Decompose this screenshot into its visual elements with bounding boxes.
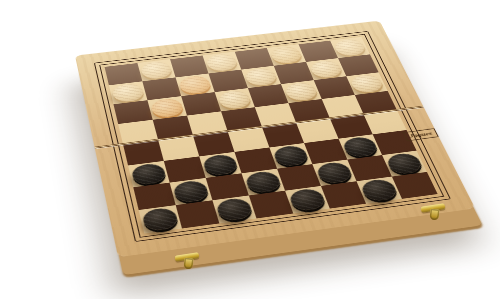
square-r8c4	[249, 191, 293, 219]
border-inner-line	[99, 34, 444, 238]
fold-seam	[94, 106, 424, 149]
square-r4c3	[187, 111, 228, 135]
square-r2c6	[274, 62, 314, 84]
dark-checker[interactable]	[272, 144, 310, 167]
square-r1c6	[267, 44, 306, 65]
square-r6c4	[234, 147, 277, 173]
square-r1c8	[330, 37, 370, 58]
square-r2c3	[176, 73, 215, 96]
light-checker[interactable]	[332, 38, 367, 57]
square-r7c1	[133, 183, 175, 210]
square-r7c7	[347, 155, 391, 181]
board-grid	[105, 37, 438, 234]
square-r6c6	[304, 139, 347, 164]
square-r8c8	[392, 172, 438, 199]
border-outer-line	[94, 31, 451, 242]
square-r1c5	[235, 48, 274, 70]
dark-checker[interactable]	[244, 170, 283, 194]
square-r6c3	[199, 152, 241, 178]
square-r4c5	[255, 103, 296, 127]
square-r4c1	[118, 120, 158, 145]
square-r1c1	[105, 63, 143, 85]
square-r4c8	[355, 91, 397, 114]
light-glare-overlay	[105, 37, 438, 234]
square-r2c4	[209, 70, 248, 92]
square-r5c8	[364, 110, 407, 134]
square-r2c7	[306, 58, 346, 80]
square-r6c5	[269, 143, 312, 169]
square-r5c3	[193, 131, 234, 156]
square-r8c7	[357, 177, 402, 204]
square-r5c6	[296, 119, 338, 144]
square-r5c4	[228, 127, 270, 152]
light-checker[interactable]	[205, 53, 239, 72]
dark-checker[interactable]	[215, 197, 254, 222]
square-r7c5	[277, 164, 321, 191]
light-checker[interactable]	[243, 67, 278, 87]
square-r6c7	[339, 134, 383, 159]
square-r3c6	[281, 80, 322, 103]
light-checker[interactable]	[178, 75, 213, 95]
dark-checker[interactable]	[141, 207, 179, 232]
square-r8c5	[285, 186, 330, 214]
light-checker[interactable]	[349, 74, 386, 94]
square-r7c2	[170, 178, 213, 205]
square-r2c2	[142, 77, 181, 100]
square-r7c6	[312, 160, 356, 186]
dark-checker[interactable]	[130, 162, 167, 185]
square-r6c1	[128, 161, 170, 187]
light-checker[interactable]	[111, 83, 145, 103]
board-scene: Jaques	[94, 0, 430, 295]
square-r2c5	[241, 66, 281, 88]
light-checker[interactable]	[283, 81, 319, 101]
brass-clasp-right[interactable]	[421, 202, 449, 222]
square-r2c1	[109, 81, 148, 104]
light-checker[interactable]	[308, 59, 344, 79]
square-r6c8	[373, 130, 417, 155]
square-r8c2	[176, 200, 220, 228]
dark-checker[interactable]	[315, 161, 354, 184]
square-r1c4	[203, 52, 242, 74]
square-r7c8	[382, 151, 427, 177]
light-checker[interactable]	[140, 60, 174, 80]
square-r4c4	[221, 107, 262, 131]
square-r8c6	[321, 181, 366, 208]
square-r3c5	[248, 84, 288, 107]
square-r5c1	[123, 140, 164, 165]
dark-checker[interactable]	[288, 187, 328, 211]
brand-stamp: Jaques	[403, 128, 439, 141]
square-r1c2	[137, 59, 175, 81]
square-r8c1	[139, 205, 182, 233]
square-r3c7	[314, 76, 355, 99]
square-r3c3	[181, 92, 221, 115]
light-checker[interactable]	[269, 45, 304, 64]
square-r3c1	[113, 100, 152, 124]
square-r4c2	[153, 116, 193, 140]
square-r3c4	[215, 88, 255, 111]
square-r5c5	[262, 123, 304, 148]
dark-checker[interactable]	[385, 152, 425, 175]
square-r7c3	[206, 173, 249, 200]
dark-checker[interactable]	[341, 136, 380, 158]
dark-checker[interactable]	[202, 153, 239, 176]
dark-checker[interactable]	[172, 179, 210, 203]
dark-checker[interactable]	[359, 178, 399, 202]
square-r5c2	[158, 136, 199, 161]
checkers-board: Jaques	[75, 21, 475, 258]
square-r7c4	[242, 169, 285, 196]
square-r4c7	[322, 95, 364, 119]
light-checker[interactable]	[217, 89, 253, 110]
square-r4c6	[288, 99, 330, 123]
square-r8c3	[212, 195, 256, 223]
square-r6c2	[164, 156, 206, 182]
square-r1c3	[170, 55, 208, 77]
square-r5c7	[330, 114, 373, 138]
brass-clasp-left[interactable]	[175, 251, 203, 271]
product-photo: Jaques	[0, 0, 500, 299]
square-r3c8	[346, 72, 387, 95]
light-checker[interactable]	[150, 97, 185, 118]
square-r1c7	[299, 41, 339, 62]
square-r2c8	[338, 54, 379, 76]
brand-stamp-label: Jaques	[408, 129, 434, 140]
square-r3c2	[147, 96, 187, 120]
